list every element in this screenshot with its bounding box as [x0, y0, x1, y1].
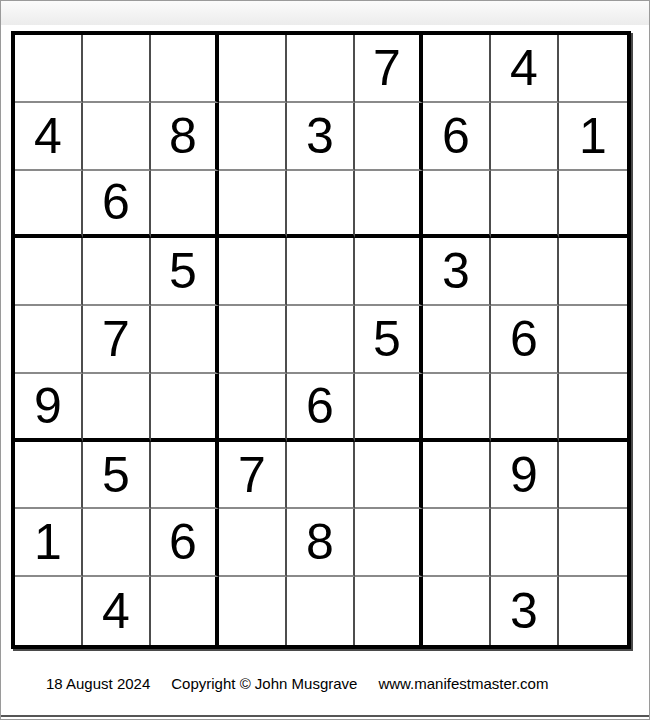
cell-r2c7: 6: [423, 103, 491, 171]
cell-r3c2: 6: [83, 171, 151, 239]
cell-r7c2: 5: [83, 442, 151, 510]
cell-r1c6: 7: [355, 35, 423, 103]
cell-r6c9: [559, 374, 627, 442]
cell-r2c5: 3: [287, 103, 355, 171]
cell-r8c6: [355, 509, 423, 577]
cell-r3c9: [559, 171, 627, 239]
cell-r8c4: [219, 509, 287, 577]
cell-r9c2: 4: [83, 577, 151, 645]
cell-r7c4: 7: [219, 442, 287, 510]
cell-r7c3: [151, 442, 219, 510]
cell-r2c3: 8: [151, 103, 219, 171]
cell-r4c4: [219, 238, 287, 306]
cell-r3c7: [423, 171, 491, 239]
cell-r7c7: [423, 442, 491, 510]
cell-r3c5: [287, 171, 355, 239]
cell-r3c1: [15, 171, 83, 239]
cell-r6c3: [151, 374, 219, 442]
cell-r5c8: 6: [491, 306, 559, 374]
cell-r2c2: [83, 103, 151, 171]
cell-r9c3: [151, 577, 219, 645]
cell-r4c6: [355, 238, 423, 306]
cell-r7c1: [15, 442, 83, 510]
cell-r6c2: [83, 374, 151, 442]
cell-r7c8: 9: [491, 442, 559, 510]
cell-r8c9: [559, 509, 627, 577]
cell-r8c3: 6: [151, 509, 219, 577]
cell-r3c8: [491, 171, 559, 239]
cell-r2c9: 1: [559, 103, 627, 171]
cell-r2c1: 4: [15, 103, 83, 171]
cell-r5c4: [219, 306, 287, 374]
footer-copyright: Copyright © John Musgrave: [171, 675, 357, 692]
cell-r8c2: [83, 509, 151, 577]
cell-r6c6: [355, 374, 423, 442]
cell-r7c5: [287, 442, 355, 510]
cell-r5c3: [151, 306, 219, 374]
footer-website: www.manifestmaster.com: [378, 675, 548, 692]
cell-r6c4: [219, 374, 287, 442]
cell-r9c9: [559, 577, 627, 645]
cell-r6c7: [423, 374, 491, 442]
cell-r4c3: 5: [151, 238, 219, 306]
cell-r9c4: [219, 577, 287, 645]
cell-r9c8: 3: [491, 577, 559, 645]
cell-r9c6: [355, 577, 423, 645]
cell-r8c5: 8: [287, 509, 355, 577]
cell-r7c6: [355, 442, 423, 510]
cell-r4c2: [83, 238, 151, 306]
cell-r3c6: [355, 171, 423, 239]
cell-r6c1: 9: [15, 374, 83, 442]
cell-r5c5: [287, 306, 355, 374]
cell-r2c6: [355, 103, 423, 171]
cell-r7c9: [559, 442, 627, 510]
cell-r4c5: [287, 238, 355, 306]
cell-r5c2: 7: [83, 306, 151, 374]
cell-r4c7: 3: [423, 238, 491, 306]
cell-r4c8: [491, 238, 559, 306]
cell-r1c4: [219, 35, 287, 103]
header-band: [1, 1, 649, 25]
cell-r9c7: [423, 577, 491, 645]
cell-r8c1: 1: [15, 509, 83, 577]
cell-r3c3: [151, 171, 219, 239]
cell-r1c2: [83, 35, 151, 103]
window-bottom-edge: [1, 715, 649, 717]
sudoku-board: 74483616537569657916843: [11, 31, 631, 649]
cell-r1c8: 4: [491, 35, 559, 103]
cell-r9c1: [15, 577, 83, 645]
cell-r5c7: [423, 306, 491, 374]
cell-r4c9: [559, 238, 627, 306]
cell-r3c4: [219, 171, 287, 239]
cell-r6c8: [491, 374, 559, 442]
cell-r1c9: [559, 35, 627, 103]
cell-r1c7: [423, 35, 491, 103]
cell-r9c5: [287, 577, 355, 645]
page: 74483616537569657916843 18 August 2024 C…: [0, 0, 650, 720]
cell-r1c1: [15, 35, 83, 103]
cell-r8c8: [491, 509, 559, 577]
cell-r5c6: 5: [355, 306, 423, 374]
cell-r2c4: [219, 103, 287, 171]
footer-date: 18 August 2024: [46, 675, 150, 692]
cell-r8c7: [423, 509, 491, 577]
footer: 18 August 2024 Copyright © John Musgrave…: [46, 675, 548, 692]
cell-r4c1: [15, 238, 83, 306]
cell-r1c5: [287, 35, 355, 103]
cell-r1c3: [151, 35, 219, 103]
cell-r2c8: [491, 103, 559, 171]
cell-r5c9: [559, 306, 627, 374]
cell-r5c1: [15, 306, 83, 374]
cell-r6c5: 6: [287, 374, 355, 442]
